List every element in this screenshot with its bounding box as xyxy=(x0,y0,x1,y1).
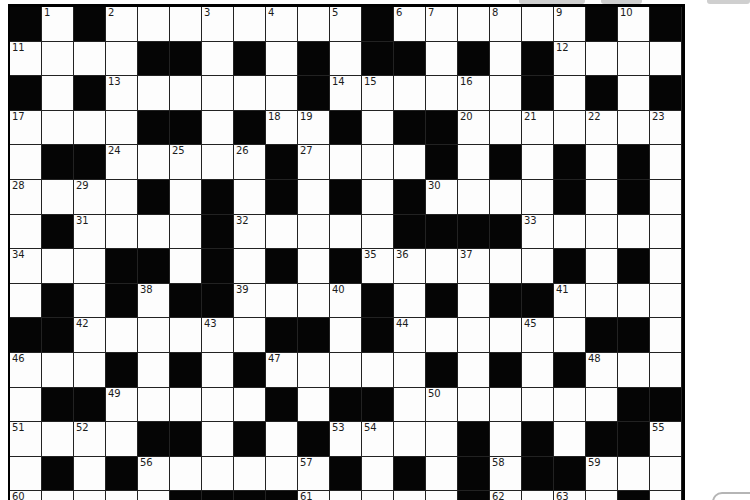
black-cell xyxy=(330,249,362,284)
black-cell xyxy=(202,180,234,215)
white-cell[interactable] xyxy=(362,111,394,146)
black-cell xyxy=(10,7,42,42)
clue-number: 27 xyxy=(300,145,313,157)
white-cell[interactable] xyxy=(586,145,618,180)
clue-number: 50 xyxy=(428,388,441,400)
white-cell[interactable] xyxy=(74,353,106,388)
white-cell[interactable] xyxy=(138,215,170,250)
white-cell[interactable] xyxy=(554,422,586,457)
white-cell[interactable] xyxy=(170,457,202,492)
white-cell[interactable] xyxy=(74,284,106,319)
white-cell[interactable]: 6 xyxy=(394,7,426,42)
white-cell[interactable] xyxy=(10,284,42,319)
clue-number: 36 xyxy=(396,249,409,261)
clue-number: 62 xyxy=(492,491,505,500)
white-cell[interactable] xyxy=(106,491,138,500)
white-cell[interactable] xyxy=(42,422,74,457)
white-cell[interactable] xyxy=(650,318,682,353)
black-cell xyxy=(202,284,234,319)
white-cell[interactable] xyxy=(106,422,138,457)
black-cell xyxy=(362,284,394,319)
white-cell[interactable] xyxy=(522,353,554,388)
black-cell xyxy=(522,76,554,111)
white-cell[interactable] xyxy=(330,42,362,77)
white-cell[interactable] xyxy=(138,76,170,111)
white-cell[interactable] xyxy=(362,215,394,250)
clue-number: 32 xyxy=(236,215,249,227)
white-cell[interactable] xyxy=(618,42,650,77)
black-cell xyxy=(266,180,298,215)
white-cell[interactable] xyxy=(426,318,458,353)
white-cell[interactable] xyxy=(522,388,554,423)
white-cell[interactable] xyxy=(490,318,522,353)
crossword-board: 1234567891011121314151617181920212223242… xyxy=(8,4,685,500)
white-cell[interactable]: 37 xyxy=(458,249,490,284)
white-cell[interactable] xyxy=(298,388,330,423)
black-cell xyxy=(458,42,490,77)
white-cell[interactable]: 53 xyxy=(330,422,362,457)
clue-number: 63 xyxy=(556,491,569,500)
white-cell[interactable] xyxy=(266,42,298,77)
white-cell[interactable] xyxy=(42,111,74,146)
white-cell[interactable]: 50 xyxy=(426,388,458,423)
white-cell[interactable] xyxy=(202,388,234,423)
white-cell[interactable] xyxy=(202,353,234,388)
white-cell[interactable] xyxy=(138,318,170,353)
white-cell[interactable] xyxy=(554,215,586,250)
white-cell[interactable] xyxy=(650,353,682,388)
white-cell[interactable] xyxy=(266,215,298,250)
white-cell[interactable]: 59 xyxy=(586,457,618,492)
white-cell[interactable]: 47 xyxy=(266,353,298,388)
black-cell xyxy=(554,457,586,492)
white-cell[interactable] xyxy=(170,180,202,215)
white-cell[interactable] xyxy=(586,42,618,77)
black-cell xyxy=(554,145,586,180)
black-cell xyxy=(394,180,426,215)
white-cell[interactable] xyxy=(522,180,554,215)
white-cell[interactable] xyxy=(394,76,426,111)
white-cell[interactable] xyxy=(138,491,170,500)
black-cell xyxy=(42,318,74,353)
black-cell xyxy=(426,111,458,146)
white-cell[interactable]: 13 xyxy=(106,76,138,111)
white-cell[interactable] xyxy=(522,7,554,42)
white-cell[interactable] xyxy=(618,457,650,492)
white-cell[interactable] xyxy=(330,318,362,353)
white-cell[interactable] xyxy=(490,111,522,146)
black-cell xyxy=(42,145,74,180)
white-cell[interactable]: 23 xyxy=(650,111,682,146)
white-cell[interactable]: 14 xyxy=(330,76,362,111)
black-cell xyxy=(298,422,330,457)
white-cell[interactable] xyxy=(138,388,170,423)
white-cell[interactable]: 32 xyxy=(234,215,266,250)
white-cell[interactable] xyxy=(202,422,234,457)
clue-number: 30 xyxy=(428,180,441,192)
white-cell[interactable] xyxy=(10,145,42,180)
white-cell[interactable]: 55 xyxy=(650,422,682,457)
white-cell[interactable] xyxy=(170,318,202,353)
white-cell[interactable] xyxy=(586,388,618,423)
black-cell xyxy=(586,422,618,457)
black-cell xyxy=(394,111,426,146)
white-cell[interactable] xyxy=(618,111,650,146)
white-cell[interactable]: 39 xyxy=(234,284,266,319)
white-cell[interactable]: 28 xyxy=(10,180,42,215)
white-cell[interactable] xyxy=(490,422,522,457)
white-cell[interactable] xyxy=(362,491,394,500)
clue-number: 23 xyxy=(652,111,665,123)
white-cell[interactable]: 43 xyxy=(202,318,234,353)
clue-number: 28 xyxy=(12,180,25,192)
white-cell[interactable]: 20 xyxy=(458,111,490,146)
white-cell[interactable]: 21 xyxy=(522,111,554,146)
white-cell[interactable] xyxy=(298,284,330,319)
white-cell[interactable] xyxy=(74,457,106,492)
black-cell xyxy=(106,284,138,319)
white-cell[interactable] xyxy=(554,388,586,423)
white-cell[interactable]: 49 xyxy=(106,388,138,423)
black-cell xyxy=(426,145,458,180)
clue-number: 47 xyxy=(268,353,281,365)
black-cell xyxy=(202,249,234,284)
white-cell[interactable]: 24 xyxy=(106,145,138,180)
white-cell[interactable] xyxy=(426,42,458,77)
white-cell[interactable]: 56 xyxy=(138,457,170,492)
white-cell[interactable] xyxy=(298,249,330,284)
white-cell[interactable] xyxy=(394,388,426,423)
white-cell[interactable] xyxy=(10,457,42,492)
white-cell[interactable] xyxy=(202,76,234,111)
white-cell[interactable] xyxy=(650,145,682,180)
clue-number: 45 xyxy=(524,318,537,330)
white-cell[interactable] xyxy=(586,249,618,284)
clue-number: 40 xyxy=(332,284,345,296)
white-cell[interactable] xyxy=(74,249,106,284)
white-cell[interactable]: 30 xyxy=(426,180,458,215)
white-cell[interactable] xyxy=(138,7,170,42)
white-cell[interactable] xyxy=(458,318,490,353)
black-cell xyxy=(266,145,298,180)
white-cell[interactable] xyxy=(138,145,170,180)
black-cell xyxy=(266,249,298,284)
white-cell[interactable]: 5 xyxy=(330,7,362,42)
white-cell[interactable] xyxy=(330,215,362,250)
white-cell[interactable] xyxy=(106,42,138,77)
white-cell[interactable] xyxy=(586,215,618,250)
black-cell xyxy=(586,318,618,353)
white-cell[interactable] xyxy=(266,422,298,457)
white-cell[interactable]: 48 xyxy=(586,353,618,388)
white-cell[interactable] xyxy=(106,215,138,250)
white-cell[interactable] xyxy=(170,249,202,284)
white-cell[interactable] xyxy=(362,353,394,388)
black-cell xyxy=(170,284,202,319)
white-cell[interactable] xyxy=(266,76,298,111)
white-cell[interactable] xyxy=(234,76,266,111)
white-cell[interactable] xyxy=(106,318,138,353)
clue-number: 29 xyxy=(76,180,89,192)
white-cell[interactable] xyxy=(618,353,650,388)
white-cell[interactable] xyxy=(554,76,586,111)
white-cell[interactable] xyxy=(618,284,650,319)
white-cell[interactable]: 54 xyxy=(362,422,394,457)
black-cell xyxy=(138,180,170,215)
black-cell xyxy=(426,353,458,388)
white-cell[interactable] xyxy=(458,7,490,42)
white-cell[interactable]: 61 xyxy=(298,491,330,500)
white-cell[interactable]: 41 xyxy=(554,284,586,319)
white-cell[interactable] xyxy=(74,42,106,77)
white-cell[interactable]: 27 xyxy=(298,145,330,180)
white-cell[interactable] xyxy=(202,111,234,146)
white-cell[interactable]: 42 xyxy=(74,318,106,353)
white-cell[interactable]: 44 xyxy=(394,318,426,353)
black-cell xyxy=(266,388,298,423)
black-cell xyxy=(458,491,490,500)
white-cell[interactable] xyxy=(10,215,42,250)
white-cell[interactable]: 18 xyxy=(266,111,298,146)
black-cell xyxy=(522,422,554,457)
white-cell[interactable]: 7 xyxy=(426,7,458,42)
white-cell[interactable] xyxy=(170,76,202,111)
white-cell[interactable]: 35 xyxy=(362,249,394,284)
clue-number: 56 xyxy=(140,457,153,469)
white-cell[interactable]: 34 xyxy=(10,249,42,284)
white-cell[interactable] xyxy=(362,145,394,180)
white-cell[interactable]: 29 xyxy=(74,180,106,215)
clue-number: 39 xyxy=(236,284,249,296)
black-cell xyxy=(106,353,138,388)
clue-number: 38 xyxy=(140,284,153,296)
white-cell[interactable] xyxy=(426,457,458,492)
clue-number: 33 xyxy=(524,215,537,227)
clue-number: 14 xyxy=(332,76,345,88)
white-cell[interactable] xyxy=(394,145,426,180)
white-cell[interactable]: 40 xyxy=(330,284,362,319)
black-cell xyxy=(490,284,522,319)
white-cell[interactable] xyxy=(330,491,362,500)
black-cell xyxy=(522,284,554,319)
white-cell[interactable] xyxy=(554,318,586,353)
white-cell[interactable] xyxy=(650,180,682,215)
white-cell[interactable] xyxy=(234,457,266,492)
white-cell[interactable] xyxy=(394,422,426,457)
white-cell[interactable]: 26 xyxy=(234,145,266,180)
white-cell[interactable] xyxy=(202,457,234,492)
white-cell[interactable] xyxy=(42,42,74,77)
white-cell[interactable] xyxy=(234,7,266,42)
white-cell[interactable]: 10 xyxy=(618,7,650,42)
white-cell[interactable] xyxy=(458,145,490,180)
white-cell[interactable] xyxy=(234,318,266,353)
white-cell[interactable] xyxy=(522,491,554,500)
black-cell xyxy=(170,422,202,457)
white-cell[interactable]: 45 xyxy=(522,318,554,353)
white-cell[interactable] xyxy=(74,491,106,500)
white-cell[interactable] xyxy=(426,491,458,500)
black-cell xyxy=(106,457,138,492)
white-cell[interactable] xyxy=(138,353,170,388)
white-cell[interactable]: 19 xyxy=(298,111,330,146)
white-cell[interactable]: 4 xyxy=(266,7,298,42)
black-cell xyxy=(618,491,650,500)
white-cell[interactable] xyxy=(650,42,682,77)
white-cell[interactable] xyxy=(522,145,554,180)
white-cell[interactable] xyxy=(202,42,234,77)
white-cell[interactable] xyxy=(458,284,490,319)
white-cell[interactable] xyxy=(586,180,618,215)
white-cell[interactable] xyxy=(490,42,522,77)
black-cell xyxy=(330,180,362,215)
white-cell[interactable]: 1 xyxy=(42,7,74,42)
white-cell[interactable]: 22 xyxy=(586,111,618,146)
white-cell[interactable] xyxy=(650,215,682,250)
white-cell[interactable]: 46 xyxy=(10,353,42,388)
white-cell[interactable] xyxy=(42,353,74,388)
clue-number: 5 xyxy=(332,7,338,19)
black-cell xyxy=(10,318,42,353)
black-cell xyxy=(330,111,362,146)
clue-number: 48 xyxy=(588,353,601,365)
white-cell[interactable] xyxy=(234,388,266,423)
white-cell[interactable] xyxy=(650,457,682,492)
white-cell[interactable]: 62 xyxy=(490,491,522,500)
black-cell xyxy=(586,76,618,111)
white-cell[interactable] xyxy=(362,457,394,492)
white-cell[interactable] xyxy=(170,388,202,423)
black-cell xyxy=(554,249,586,284)
black-cell xyxy=(10,76,42,111)
white-cell[interactable]: 15 xyxy=(362,76,394,111)
clue-number: 54 xyxy=(364,422,377,434)
white-cell[interactable] xyxy=(426,249,458,284)
white-cell[interactable] xyxy=(490,249,522,284)
white-cell[interactable]: 3 xyxy=(202,7,234,42)
white-cell[interactable] xyxy=(266,284,298,319)
white-cell[interactable] xyxy=(330,353,362,388)
white-cell[interactable] xyxy=(202,145,234,180)
white-cell[interactable]: 57 xyxy=(298,457,330,492)
white-cell[interactable]: 51 xyxy=(10,422,42,457)
white-cell[interactable] xyxy=(490,388,522,423)
white-cell[interactable] xyxy=(42,76,74,111)
white-cell[interactable] xyxy=(522,249,554,284)
white-cell[interactable] xyxy=(42,491,74,500)
white-cell[interactable]: 11 xyxy=(10,42,42,77)
white-cell[interactable] xyxy=(298,7,330,42)
white-cell[interactable]: 31 xyxy=(74,215,106,250)
black-cell xyxy=(234,422,266,457)
white-cell[interactable]: 52 xyxy=(74,422,106,457)
black-cell xyxy=(522,42,554,77)
white-cell[interactable] xyxy=(490,180,522,215)
clue-number: 2 xyxy=(108,7,114,19)
black-cell xyxy=(394,457,426,492)
white-cell[interactable] xyxy=(586,491,618,500)
white-cell[interactable] xyxy=(170,215,202,250)
clue-number: 16 xyxy=(460,76,473,88)
clue-number: 19 xyxy=(300,111,313,123)
white-cell[interactable] xyxy=(362,180,394,215)
clue-number: 24 xyxy=(108,145,121,157)
white-cell[interactable] xyxy=(234,249,266,284)
white-cell[interactable] xyxy=(106,111,138,146)
white-cell[interactable] xyxy=(234,180,266,215)
white-cell[interactable] xyxy=(650,249,682,284)
white-cell[interactable]: 38 xyxy=(138,284,170,319)
white-cell[interactable]: 16 xyxy=(458,76,490,111)
white-cell[interactable]: 60 xyxy=(10,491,42,500)
white-cell[interactable] xyxy=(650,284,682,319)
white-cell[interactable] xyxy=(458,353,490,388)
white-cell[interactable] xyxy=(10,388,42,423)
clue-number: 52 xyxy=(76,422,89,434)
clue-number: 18 xyxy=(268,111,281,123)
white-cell[interactable] xyxy=(394,284,426,319)
white-cell[interactable] xyxy=(426,422,458,457)
white-cell[interactable] xyxy=(298,215,330,250)
black-cell xyxy=(42,388,74,423)
white-cell[interactable]: 8 xyxy=(490,7,522,42)
clue-number: 22 xyxy=(588,111,601,123)
black-cell xyxy=(362,42,394,77)
white-cell[interactable] xyxy=(490,76,522,111)
white-cell[interactable] xyxy=(458,180,490,215)
black-cell xyxy=(618,388,650,423)
white-cell[interactable] xyxy=(554,111,586,146)
white-cell[interactable] xyxy=(298,180,330,215)
crossword-grid: 1234567891011121314151617181920212223242… xyxy=(10,7,682,500)
white-cell[interactable]: 63 xyxy=(554,491,586,500)
white-cell[interactable] xyxy=(74,111,106,146)
black-cell xyxy=(138,249,170,284)
white-cell[interactable]: 12 xyxy=(554,42,586,77)
white-cell[interactable] xyxy=(618,76,650,111)
white-cell[interactable] xyxy=(394,353,426,388)
white-cell[interactable] xyxy=(42,249,74,284)
white-cell[interactable] xyxy=(298,353,330,388)
black-cell xyxy=(458,215,490,250)
white-cell[interactable] xyxy=(42,180,74,215)
white-cell[interactable]: 25 xyxy=(170,145,202,180)
black-cell xyxy=(138,111,170,146)
white-cell[interactable] xyxy=(458,388,490,423)
white-cell[interactable] xyxy=(650,491,682,500)
white-cell[interactable]: 58 xyxy=(490,457,522,492)
white-cell[interactable]: 36 xyxy=(394,249,426,284)
clue-number: 58 xyxy=(492,457,505,469)
black-cell xyxy=(618,145,650,180)
white-cell[interactable] xyxy=(266,457,298,492)
white-cell[interactable]: 33 xyxy=(522,215,554,250)
white-cell[interactable]: 9 xyxy=(554,7,586,42)
black-cell xyxy=(170,42,202,77)
white-cell[interactable]: 2 xyxy=(106,7,138,42)
black-cell xyxy=(74,7,106,42)
white-cell[interactable]: 17 xyxy=(10,111,42,146)
white-cell[interactable] xyxy=(586,284,618,319)
white-cell[interactable] xyxy=(618,215,650,250)
clue-number: 10 xyxy=(620,7,633,19)
white-cell[interactable] xyxy=(330,145,362,180)
white-cell[interactable] xyxy=(170,7,202,42)
white-cell[interactable] xyxy=(426,76,458,111)
white-cell[interactable] xyxy=(394,491,426,500)
white-cell[interactable] xyxy=(106,180,138,215)
black-cell xyxy=(650,388,682,423)
